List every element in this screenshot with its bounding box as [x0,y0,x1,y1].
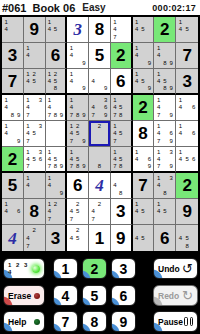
candidate-digit: 6 [103,104,109,112]
pencil-marks: 14578 [111,147,131,171]
candidate-digit: 6 [16,208,22,216]
cell-r8c1[interactable]: 146 [2,199,24,225]
cell-r4c3[interactable]: 14789 [46,95,68,121]
pencil-marks: 145 [154,199,175,224]
cell-r6c9[interactable]: 1456 [176,147,198,173]
cell-r1c6[interactable]: 147 [111,17,133,43]
cell-r4c5[interactable]: 34679 [89,95,111,121]
redo-button[interactable]: Redo ↻ [153,285,198,306]
cell-r2c5[interactable]: 5 [89,43,111,69]
numpad-6-button[interactable]: 6 [111,285,136,306]
cell-r2c3[interactable]: 6 [46,43,68,69]
cell-r4c9[interactable]: 146 [176,95,198,121]
cell-r2c1[interactable]: 3 [2,43,24,69]
cell-r1c5[interactable]: 8 [89,17,111,43]
cell-r5c8[interactable]: 14679 [154,121,176,147]
cell-value: 6 [73,177,82,194]
cell-r5c6[interactable]: 1457 [111,121,133,147]
numpad-1-button[interactable]: 1 [53,258,78,279]
pencil-marks: 145789 [46,147,66,171]
cell-r1c7[interactable]: 145 [133,17,155,43]
pencil-marks: 146 [176,121,198,146]
cell-value: 9 [29,21,38,38]
cell-r1c9[interactable]: 145 [176,17,198,43]
pencil-mode-led [32,265,40,273]
pencil-marks: 13479 [154,147,175,171]
pencil-marks: 1348 [154,173,175,198]
pencil-marks: 1347 [24,95,45,120]
candidate-digit: 1 [177,96,184,104]
cell-r7c4[interactable]: 6 [67,173,89,199]
cell-r1c1[interactable]: 14 [2,17,24,43]
pencil-marks: 8 [89,147,110,171]
pencil-marks: 14 [24,173,45,198]
pencil-marks: 134567 [24,147,45,171]
pencil-marks: 149 [46,173,66,198]
pencil-marks: 1457 [111,121,131,146]
cell-r6c1[interactable]: 2 [2,147,24,173]
candidate-digit: 9 [168,59,174,67]
cell-r1c3[interactable]: 145 [46,17,68,43]
cell-r6c5[interactable]: 8 [89,147,111,173]
candidate-digit: 9 [81,163,87,170]
cell-r9c3[interactable]: 3 [46,225,68,251]
cell-r6c3[interactable]: 145789 [46,147,68,173]
pencil-marks: 1489 [154,43,175,68]
cell-r4c6[interactable]: 14578 [111,95,133,121]
candidate-digit: 6 [190,104,197,112]
cell-r9c4[interactable]: 245 [67,225,89,251]
control-panel: 1 2 3 4 Erase Help 123456789 Undo ↺ Redo… [0,253,200,334]
cell-value: 6 [160,230,169,247]
cell-value: 3 [116,203,125,220]
cell-r8c4[interactable]: 2457 [67,199,89,225]
pencil-marks: 149 [2,121,23,146]
cell-r7c2[interactable]: 14 [24,173,46,199]
pencil-marks: 145 [176,17,198,42]
candidate-digit: 4 [177,155,184,162]
numpad-9-button[interactable]: 9 [111,311,136,332]
cell-r5c3[interactable] [46,121,68,147]
cell-r6c6[interactable]: 14578 [111,147,133,173]
pencil-marks: 145 [133,17,154,42]
cell-value: 6 [51,47,60,64]
candidate-digit: 1 [177,18,184,26]
pause-icon [184,317,193,326]
candidate-digit: 9 [81,59,87,67]
candidate-digit: 9 [103,85,109,92]
numpad-8-button[interactable]: 8 [82,311,107,332]
pencil-marks: 14578 [111,95,131,120]
erase-button[interactable]: Erase [3,285,45,306]
cell-value: 7 [182,47,191,64]
erase-led [34,293,40,299]
cell-value: 2 [138,99,147,116]
candidate-digit: 4 [177,234,184,242]
numpad-5-button[interactable]: 5 [82,285,107,306]
pencil-marks: 1469 [133,147,154,171]
cell-r4c1[interactable]: 1489 [2,95,24,121]
pencil-marks: 49 [89,69,110,93]
pencil-marks: 149 [67,69,88,93]
cell-r8c9[interactable]: 9 [176,199,198,225]
cell-r7c8[interactable]: 1348 [154,173,176,199]
cell-r5c1[interactable]: 149 [2,121,24,147]
cell-r3c4[interactable]: 149 [67,69,89,95]
cell-r8c3[interactable]: 1247 [46,199,68,225]
candidate-digit: 9 [168,111,174,119]
candidate-digit: 9 [81,85,87,92]
pencil-marks-toggle-button[interactable]: 1 2 3 4 [3,258,45,279]
puzzle-number: #061 [2,2,26,14]
candidate-digit: 9 [146,85,152,92]
cell-r2c6[interactable]: 2 [111,43,133,69]
candidate-digit: 1 [177,122,184,130]
cell-r5c5[interactable]: 2 [89,121,111,147]
candidate-digit: 9 [58,111,64,119]
pencil-marks: 14589 [154,69,175,93]
cell-r2c8[interactable]: 1489 [154,43,176,69]
cell-r6c2[interactable]: 134567 [24,147,46,173]
cell-r9c7[interactable]: 45 [133,225,155,251]
cell-r1c4[interactable]: 3 [67,17,89,43]
cell-r3c9[interactable]: 3 [176,69,198,95]
pencil-marks: 12458 [46,69,66,93]
cell-r3c5[interactable]: 49 [89,69,111,95]
cell-r2c4[interactable]: 149 [67,43,89,69]
pencil-marks: 1245 [24,69,45,93]
pause-button[interactable]: Pause [153,311,198,332]
cell-r2c2[interactable]: 14 [24,43,46,69]
pencil-marks: 2 [89,121,110,146]
cell-r5c7[interactable]: 8 [133,121,155,147]
cell-r7c3[interactable]: 149 [46,173,68,199]
cell-r4c2[interactable]: 1347 [24,95,46,121]
candidate-digit: 3 [168,174,174,182]
candidate-digit: 9 [146,59,152,67]
pencil-marks: 14789 [67,95,88,120]
cell-value: 8 [29,203,38,220]
pencil-marks: 14789 [46,95,66,120]
pencil-marks: 245 [67,225,88,251]
cell-value: 3 [182,73,191,90]
pencil-marks: 124579 [67,121,88,146]
candidate-digit: 3 [103,96,109,104]
cell-r1c8[interactable]: 2 [154,17,176,43]
cell-value: 4 [8,230,17,247]
cell-r9c8[interactable]: 6 [154,225,176,251]
cell-value: 3 [51,230,60,247]
candidate-digit: 9 [168,163,174,170]
numpad-2-button[interactable]: 2 [82,258,107,279]
candidate-digit: 9 [81,137,87,145]
cell-r3c3[interactable]: 12458 [46,69,68,95]
cell-r9c9[interactable]: 458 [176,225,198,251]
cell-value: 9 [116,230,125,247]
book-title: Book 06 [32,2,75,14]
candidate-digit: 9 [103,111,109,119]
cell-r3c8[interactable]: 14589 [154,69,176,95]
candidate-digit: 4 [177,26,184,34]
game-timer: 000:02:17 [152,3,198,13]
cell-value: 3 [8,47,17,64]
candidate-digit: 4 [177,104,184,112]
pencil-marks: 145 [46,17,66,42]
cell-r1c2[interactable]: 9 [24,17,46,43]
cell-r8c5[interactable]: 247 [89,199,111,225]
candidate-digit: 6 [190,130,197,138]
cell-r3c1[interactable]: 7 [2,69,24,95]
pencil-marks: 145 [133,199,154,224]
candidate-digit: 9 [58,163,64,170]
undo-icon: ↺ [182,262,193,275]
candidate-digit: 9 [16,111,22,119]
cell-value: 2 [116,47,125,64]
candidate-digit: 9 [168,85,174,92]
cell-r3c6[interactable]: 6 [111,69,133,95]
pencil-marks: 1489 [2,95,23,120]
cell-r4c4[interactable]: 14789 [67,95,89,121]
pencil-marks: 13457 [24,121,45,146]
candidate-digit: 9 [16,137,22,145]
sudoku-board: 1491453814714521453146149521491489771245… [0,15,200,253]
cell-r9c5[interactable]: 1 [89,225,111,251]
cell-value: 8 [95,21,104,38]
cell-r6c4[interactable]: 145789 [67,147,89,173]
pencil-marks: 34679 [89,95,110,120]
cell-value: 5 [95,47,104,64]
candidate-digit: 5 [184,234,191,242]
cell-value: 4 [95,177,104,194]
cell-r7c1[interactable]: 5 [2,173,24,199]
pencil-marks: 149 [67,43,88,68]
candidate-digit: 6 [37,155,43,162]
candidate-digit: 9 [168,137,174,145]
cell-r6c7[interactable]: 1469 [133,147,155,173]
cell-r8c6[interactable]: 3 [111,199,133,225]
candidate-digit: 1 [177,148,184,155]
candidate-digit: 5 [184,26,191,34]
pencil-marks: 147 [111,17,131,42]
pencil-marks: 45 [133,225,154,251]
cell-value: 1 [95,230,104,247]
pencil-marks: 149 [133,43,154,68]
cell-value: 2 [8,151,17,168]
pencil-marks: 1459 [133,69,154,93]
header: #061 Book 06 Easy 000:02:17 [0,0,200,15]
difficulty-label: Easy [82,2,105,13]
candidate-digit: 3 [37,148,43,155]
cell-r7c7[interactable]: 7 [133,173,155,199]
pencil-marks: 247 [89,199,110,224]
numpad-4-button[interactable]: 4 [53,285,78,306]
pencil-marks: 2457 [67,199,88,224]
pencil-marks: 247 [24,225,45,251]
pencil-marks-label: 1 2 3 4 [8,262,29,276]
pencil-marks: 14 [24,43,45,68]
cell-r3c2[interactable]: 1245 [24,69,46,95]
pencil-marks: 48 [111,173,131,198]
pencil-marks: 14679 [154,121,175,146]
candidate-digit: 9 [146,163,152,170]
undo-button[interactable]: Undo ↺ [153,258,198,279]
cell-value: 6 [116,73,125,90]
cell-r7c5[interactable]: 4 [89,173,111,199]
pencil-marks: 458 [176,225,198,251]
pencil-marks: 14 [2,17,23,42]
cell-r8c7[interactable]: 145 [133,199,155,225]
cell-value: 7 [138,177,147,194]
pencil-marks: 1479 [154,95,175,120]
cell-value: 7 [8,73,17,90]
cell-r8c8[interactable]: 145 [154,199,176,225]
redo-icon: ↻ [182,289,193,302]
cell-r5c2[interactable]: 13457 [24,121,46,147]
pencil-marks: 146 [2,199,23,224]
cell-r4c8[interactable]: 1479 [154,95,176,121]
cell-r2c9[interactable]: 7 [176,43,198,69]
candidate-digit: 9 [58,189,64,197]
pencil-marks: 1456 [176,147,198,171]
candidate-digit: 4 [177,130,184,138]
cell-r9c1[interactable]: 4 [2,225,24,251]
cell-value: 2 [160,21,169,38]
cell-r9c2[interactable]: 247 [24,225,46,251]
candidate-digit: 3 [168,148,174,155]
pencil-marks: 1247 [46,199,66,224]
cell-r4c7[interactable]: 2 [133,95,155,121]
cell-value: 8 [138,125,147,142]
cell-value: 5 [8,177,17,194]
numpad-7-button[interactable]: 7 [53,311,78,332]
pencil-marks: 145789 [67,147,88,171]
cell-r5c9[interactable]: 146 [176,121,198,147]
candidate-digit: 9 [81,111,87,119]
cell-value: 3 [73,21,82,38]
candidate-digit: 6 [146,155,152,162]
cell-r9c6[interactable]: 9 [111,225,133,251]
candidate-digit: 6 [190,155,197,162]
candidate-digit: 3 [37,122,43,130]
cell-r6c8[interactable]: 13479 [154,147,176,173]
cell-r3c7[interactable]: 1459 [133,69,155,95]
cell-r2c7[interactable]: 149 [133,43,155,69]
help-led [34,319,40,325]
numpad-3-button[interactable]: 3 [111,258,136,279]
pencil-marks: 146 [176,95,198,120]
candidate-digit: 5 [184,155,191,162]
candidate-digit: 6 [168,130,174,138]
candidate-digit: 8 [184,242,191,250]
cell-value: 2 [182,177,191,194]
cell-r5c4[interactable]: 124579 [67,121,89,147]
cell-r8c2[interactable]: 8 [24,199,46,225]
cell-r7c6[interactable]: 48 [111,173,133,199]
cell-r7c9[interactable]: 2 [176,173,198,199]
cell-value: 9 [182,203,191,220]
help-button[interactable]: Help [3,311,45,332]
candidate-digit: 3 [37,96,43,104]
